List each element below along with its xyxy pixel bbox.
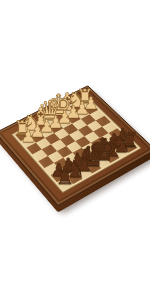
square-f7: [97, 144, 113, 156]
square-b8: [67, 172, 83, 185]
chess-board: [0, 85, 150, 206]
square-b7: [60, 165, 76, 177]
square-d6: [73, 148, 89, 160]
square-c7: [70, 159, 86, 171]
square-a3: [27, 143, 42, 155]
square-e6: [82, 143, 98, 155]
square-g8: [113, 146, 129, 158]
product-photo[interactable]: ♜♞♝♛♚♝♞♜♟♟♟♟♟♟♟♟♟♟♟♟♟♟♟♟♜♞♝♛♚♝♞♜: [0, 0, 150, 300]
square-c5: [57, 146, 72, 158]
square-a4: [32, 149, 47, 161]
square-h8: [122, 141, 138, 153]
board-frame: [0, 85, 150, 206]
square-a5: [38, 156, 54, 168]
square-g7: [106, 140, 122, 152]
square-d8: [85, 161, 101, 173]
square-e8: [95, 156, 111, 168]
square-e7: [88, 149, 104, 161]
square-b4: [42, 144, 57, 156]
square-b5: [48, 151, 64, 163]
square-b6: [54, 158, 70, 170]
square-f8: [104, 151, 120, 163]
square-c8: [76, 166, 92, 178]
square-a6: [44, 163, 60, 175]
square-a8: [57, 177, 73, 190]
square-a7: [51, 170, 67, 182]
square-d5: [66, 141, 81, 153]
square-d7: [79, 154, 95, 166]
square-c6: [63, 153, 79, 165]
